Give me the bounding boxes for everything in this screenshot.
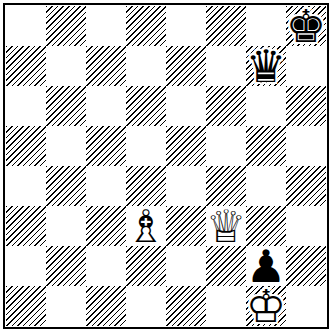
square-e5[interactable] — [166, 126, 206, 166]
square-f1[interactable] — [206, 286, 246, 326]
black-queen-glyph: ♛ — [246, 44, 286, 89]
square-d1[interactable] — [126, 286, 166, 326]
square-e3[interactable] — [166, 206, 206, 246]
square-a2[interactable] — [6, 246, 46, 286]
square-h2[interactable] — [286, 246, 326, 286]
square-d5[interactable] — [126, 126, 166, 166]
black-king-glyph: ♚ — [286, 4, 326, 49]
square-h1[interactable] — [286, 286, 326, 326]
square-a1[interactable] — [6, 286, 46, 326]
square-b4[interactable] — [46, 166, 86, 206]
square-b1[interactable] — [46, 286, 86, 326]
square-g5[interactable] — [246, 126, 286, 166]
square-e2[interactable] — [166, 246, 206, 286]
square-e1[interactable] — [166, 286, 206, 326]
square-b8[interactable] — [46, 6, 86, 46]
square-e4[interactable] — [166, 166, 206, 206]
black-queen[interactable]: ♛ — [246, 46, 286, 86]
square-g1[interactable]: ♚♔ — [246, 286, 286, 326]
square-b6[interactable] — [46, 86, 86, 126]
square-c3[interactable] — [86, 206, 126, 246]
square-h3[interactable] — [286, 206, 326, 246]
square-h8[interactable]: ♚ — [286, 6, 326, 46]
square-c8[interactable] — [86, 6, 126, 46]
square-g7[interactable]: ♛ — [246, 46, 286, 86]
square-h6[interactable] — [286, 86, 326, 126]
chess-diagram: ♚♛♝♗♛♕♟♚♔ — [0, 0, 332, 332]
square-a7[interactable] — [6, 46, 46, 86]
square-c1[interactable] — [86, 286, 126, 326]
square-b2[interactable] — [46, 246, 86, 286]
square-h4[interactable] — [286, 166, 326, 206]
square-h5[interactable] — [286, 126, 326, 166]
square-d6[interactable] — [126, 86, 166, 126]
square-d7[interactable] — [126, 46, 166, 86]
square-f7[interactable] — [206, 46, 246, 86]
white-king-glyph: ♔ — [246, 284, 286, 329]
white-queen-glyph: ♕ — [206, 204, 246, 249]
square-f3[interactable]: ♛♕ — [206, 206, 246, 246]
square-c7[interactable] — [86, 46, 126, 86]
square-a5[interactable] — [6, 126, 46, 166]
square-f5[interactable] — [206, 126, 246, 166]
white-bishop[interactable]: ♝♗ — [126, 206, 166, 246]
square-b3[interactable] — [46, 206, 86, 246]
square-a6[interactable] — [6, 86, 46, 126]
square-e7[interactable] — [166, 46, 206, 86]
square-b5[interactable] — [46, 126, 86, 166]
chess-board: ♚♛♝♗♛♕♟♚♔ — [6, 6, 326, 326]
black-king[interactable]: ♚ — [286, 6, 326, 46]
square-f6[interactable] — [206, 86, 246, 126]
square-e6[interactable] — [166, 86, 206, 126]
white-king[interactable]: ♚♔ — [246, 286, 286, 326]
square-e8[interactable] — [166, 6, 206, 46]
square-a3[interactable] — [6, 206, 46, 246]
square-g4[interactable] — [246, 166, 286, 206]
square-a8[interactable] — [6, 6, 46, 46]
square-f8[interactable] — [206, 6, 246, 46]
square-d8[interactable] — [126, 6, 166, 46]
square-a4[interactable] — [6, 166, 46, 206]
square-c2[interactable] — [86, 246, 126, 286]
white-bishop-glyph: ♗ — [126, 204, 166, 249]
square-c4[interactable] — [86, 166, 126, 206]
square-c6[interactable] — [86, 86, 126, 126]
white-queen[interactable]: ♛♕ — [206, 206, 246, 246]
square-b7[interactable] — [46, 46, 86, 86]
board-frame: ♚♛♝♗♛♕♟♚♔ — [3, 3, 329, 329]
square-d3[interactable]: ♝♗ — [126, 206, 166, 246]
square-c5[interactable] — [86, 126, 126, 166]
